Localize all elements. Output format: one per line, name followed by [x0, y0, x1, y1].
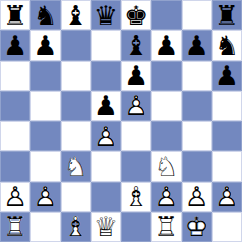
square-b5[interactable] — [30, 91, 60, 121]
square-e6[interactable]: ♟ — [121, 61, 151, 91]
square-f8[interactable] — [151, 0, 181, 30]
piece-black-knight[interactable]: ♞ — [212, 30, 242, 60]
square-a5[interactable] — [0, 91, 30, 121]
piece-white-rook-outline: ♖ — [0, 212, 30, 242]
square-g3[interactable] — [182, 151, 212, 181]
piece-black-pawn[interactable]: ♟ — [212, 61, 242, 91]
piece-black-pawn[interactable]: ♟ — [151, 30, 181, 60]
square-e7[interactable]: ♝ — [121, 30, 151, 60]
square-a2[interactable]: ♟♙ — [0, 182, 30, 212]
square-a6[interactable] — [0, 61, 30, 91]
square-a7[interactable]: ♟ — [0, 30, 30, 60]
square-c4[interactable] — [61, 121, 91, 151]
piece-white-pawn-outline: ♙ — [0, 182, 30, 212]
piece-black-pawn[interactable]: ♟ — [182, 30, 212, 60]
square-g1[interactable]: ♚♔ — [182, 212, 212, 242]
square-d6[interactable] — [91, 61, 121, 91]
square-d5[interactable]: ♟ — [91, 91, 121, 121]
piece-white-pawn-outline: ♙ — [91, 121, 121, 151]
square-f4[interactable] — [151, 121, 181, 151]
square-d7[interactable] — [91, 30, 121, 60]
square-d4[interactable]: ♟♙ — [91, 121, 121, 151]
square-f3[interactable]: ♞♘ — [151, 151, 181, 181]
piece-white-pawn-outline: ♙ — [30, 182, 60, 212]
square-g2[interactable]: ♟♙ — [182, 182, 212, 212]
square-c8[interactable]: ♝ — [61, 0, 91, 30]
square-b2[interactable]: ♟♙ — [30, 182, 60, 212]
square-d2[interactable] — [91, 182, 121, 212]
square-e4[interactable] — [121, 121, 151, 151]
piece-black-pawn[interactable]: ♟ — [30, 30, 60, 60]
piece-white-knight-outline: ♘ — [61, 151, 91, 181]
square-h1[interactable] — [212, 212, 242, 242]
piece-white-bishop-outline: ♗ — [61, 212, 91, 242]
square-d1[interactable]: ♛♕ — [91, 212, 121, 242]
piece-white-knight-outline: ♘ — [151, 151, 181, 181]
square-h6[interactable]: ♟ — [212, 61, 242, 91]
square-b1[interactable] — [30, 212, 60, 242]
piece-white-pawn-outline: ♙ — [121, 91, 151, 121]
square-f7[interactable]: ♟ — [151, 30, 181, 60]
square-f6[interactable] — [151, 61, 181, 91]
piece-black-knight[interactable]: ♞ — [30, 0, 60, 30]
square-b3[interactable] — [30, 151, 60, 181]
square-e8[interactable]: ♚ — [121, 0, 151, 30]
square-h3[interactable] — [212, 151, 242, 181]
piece-black-queen[interactable]: ♛ — [91, 0, 121, 30]
square-c2[interactable] — [61, 182, 91, 212]
square-g4[interactable] — [182, 121, 212, 151]
piece-white-bishop-outline: ♗ — [121, 182, 151, 212]
square-d8[interactable]: ♛ — [91, 0, 121, 30]
square-a3[interactable] — [0, 151, 30, 181]
chess-board: ♜♞♝♛♚♜♟♟♝♟♟♞♟♟♟♟♙♟♙♞♘♞♘♟♙♟♙♝♗♟♙♟♙♟♙♜♖♝♗♛… — [0, 0, 242, 242]
square-b6[interactable] — [30, 61, 60, 91]
square-h7[interactable]: ♞ — [212, 30, 242, 60]
square-d3[interactable] — [91, 151, 121, 181]
piece-white-pawn-outline: ♙ — [151, 182, 181, 212]
square-h2[interactable]: ♟♙ — [212, 182, 242, 212]
piece-white-king-outline: ♔ — [182, 212, 212, 242]
square-f5[interactable] — [151, 91, 181, 121]
piece-white-queen-outline: ♕ — [91, 212, 121, 242]
square-c6[interactable] — [61, 61, 91, 91]
square-g8[interactable] — [182, 0, 212, 30]
square-e1[interactable] — [121, 212, 151, 242]
piece-black-bishop[interactable]: ♝ — [121, 30, 151, 60]
square-c1[interactable]: ♝♗ — [61, 212, 91, 242]
square-f2[interactable]: ♟♙ — [151, 182, 181, 212]
square-h8[interactable]: ♜ — [212, 0, 242, 30]
square-c5[interactable] — [61, 91, 91, 121]
piece-black-rook[interactable]: ♜ — [212, 0, 242, 30]
piece-black-rook[interactable]: ♜ — [0, 0, 30, 30]
square-e5[interactable]: ♟♙ — [121, 91, 151, 121]
piece-black-pawn[interactable]: ♟ — [91, 91, 121, 121]
piece-black-pawn[interactable]: ♟ — [121, 61, 151, 91]
square-a4[interactable] — [0, 121, 30, 151]
square-a8[interactable]: ♜ — [0, 0, 30, 30]
square-b8[interactable]: ♞ — [30, 0, 60, 30]
square-g6[interactable] — [182, 61, 212, 91]
square-b4[interactable] — [30, 121, 60, 151]
square-e2[interactable]: ♝♗ — [121, 182, 151, 212]
square-g5[interactable] — [182, 91, 212, 121]
square-c7[interactable] — [61, 30, 91, 60]
piece-black-bishop[interactable]: ♝ — [61, 0, 91, 30]
piece-black-king[interactable]: ♚ — [121, 0, 151, 30]
square-e3[interactable] — [121, 151, 151, 181]
square-h5[interactable] — [212, 91, 242, 121]
piece-white-pawn-outline: ♙ — [182, 182, 212, 212]
square-f1[interactable]: ♜♖ — [151, 212, 181, 242]
piece-white-pawn-outline: ♙ — [212, 182, 242, 212]
square-g7[interactable]: ♟ — [182, 30, 212, 60]
piece-black-pawn[interactable]: ♟ — [0, 30, 30, 60]
square-b7[interactable]: ♟ — [30, 30, 60, 60]
square-h4[interactable] — [212, 121, 242, 151]
square-a1[interactable]: ♜♖ — [0, 212, 30, 242]
piece-white-rook-outline: ♖ — [151, 212, 181, 242]
square-c3[interactable]: ♞♘ — [61, 151, 91, 181]
